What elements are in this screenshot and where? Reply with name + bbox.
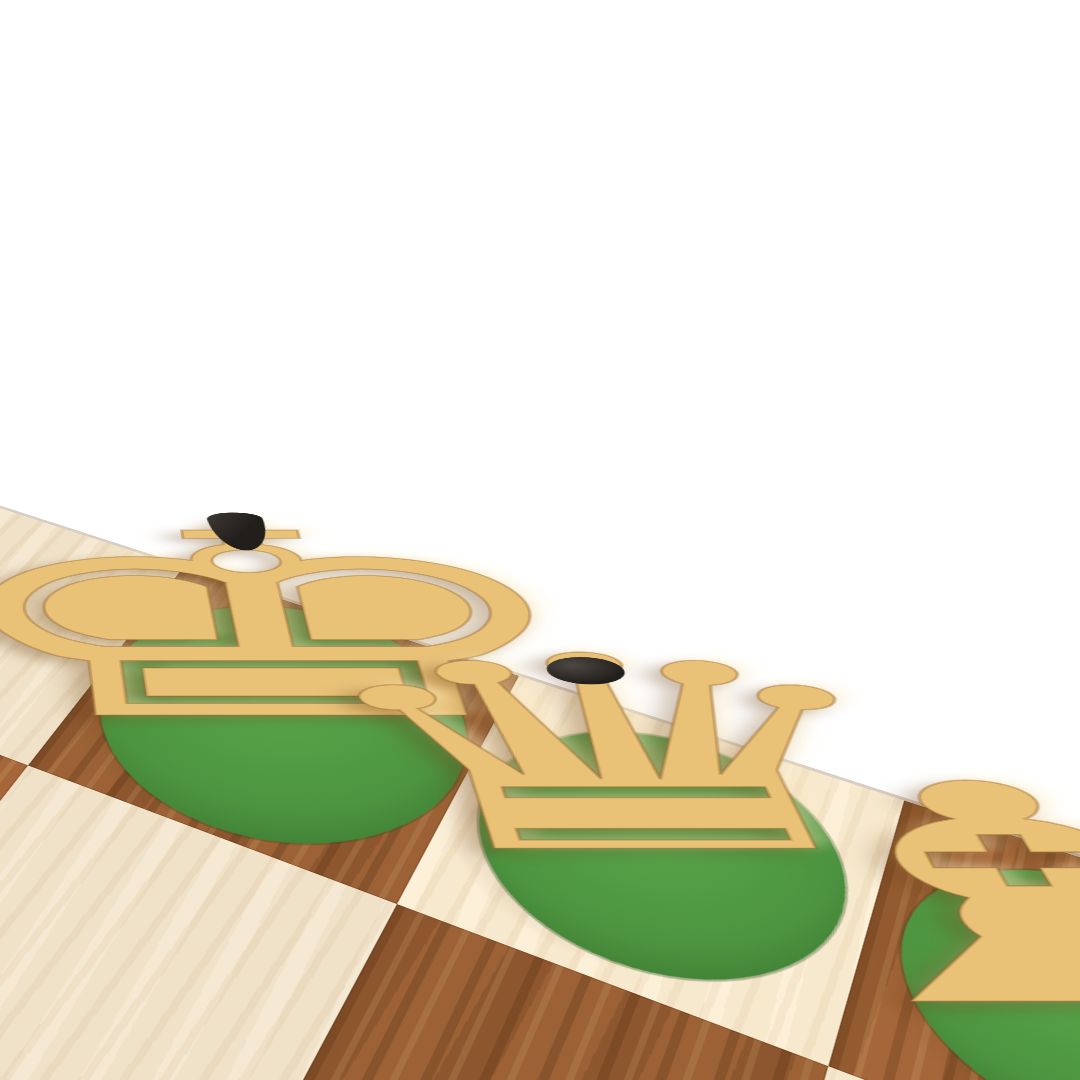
chess-board: ♚♛♝ xyxy=(0,0,1080,1080)
pieces-layer: ♚♛♝ xyxy=(0,0,1080,1080)
photo-scene: ♚♛♝ xyxy=(0,0,1080,1080)
